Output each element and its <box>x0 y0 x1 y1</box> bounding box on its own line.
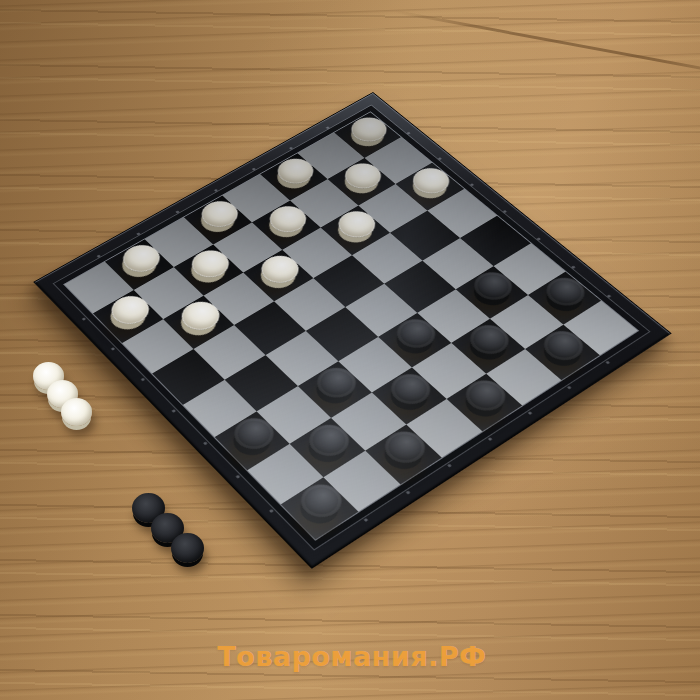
frame-dot <box>269 508 274 512</box>
frame-dot <box>605 360 610 364</box>
frame-dot <box>236 474 241 478</box>
frame-dot <box>571 265 576 268</box>
frame-dot <box>447 463 452 467</box>
frame-dot <box>97 254 101 257</box>
spare-black-checker <box>171 533 204 563</box>
wood-plank-seam <box>394 10 700 73</box>
frame-dot <box>171 408 176 412</box>
frame-dot <box>438 157 442 160</box>
board-grid <box>65 112 638 539</box>
frame-dot <box>528 411 533 415</box>
frame-dot <box>326 126 330 129</box>
frame-dot <box>536 237 541 240</box>
frame-dot <box>607 294 612 297</box>
frame-dot <box>488 437 493 441</box>
frame-dot <box>289 146 293 149</box>
watermark: Товаромания.РФ <box>217 641 486 672</box>
frame-dot <box>252 167 256 170</box>
frame-dot <box>141 377 146 381</box>
frame-dot <box>407 131 411 134</box>
checkers-board <box>33 92 671 569</box>
spare-white-checker <box>61 398 92 426</box>
frame-dot <box>406 490 411 494</box>
frame-dot <box>175 210 179 213</box>
frame-dot <box>214 188 218 191</box>
frame-dot <box>82 317 87 320</box>
frame-dot <box>470 183 474 186</box>
frame-dot <box>503 209 508 212</box>
frame-dot <box>136 232 140 235</box>
frame-dot <box>111 346 116 350</box>
frame-dot <box>363 517 368 521</box>
frame-dot <box>203 441 208 445</box>
white-checker <box>344 113 393 147</box>
frame-dot <box>567 385 572 389</box>
product-photo-scene: Товаромания.РФ <box>0 0 700 700</box>
